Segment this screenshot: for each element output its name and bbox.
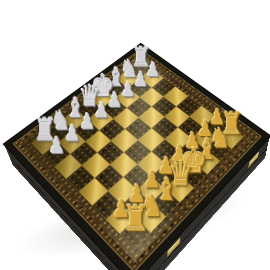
- chess-board: ♜♞♝♛♚♝♞♜♟♟♟♟♟♟♟♟♟♟♟♟♟♟♟♟♜♞♝♛♚♝♞♜: [13, 49, 262, 270]
- case-lid: ♜♞♝♛♚♝♞♜♟♟♟♟♟♟♟♟♟♟♟♟♟♟♟♟♜♞♝♛♚♝♞♜: [4, 44, 270, 270]
- stage: ♜♞♝♛♚♝♞♜♟♟♟♟♟♟♟♟♟♟♟♟♟♟♟♟♜♞♝♛♚♝♞♜: [0, 0, 270, 270]
- rook-glyph: ♜: [123, 200, 150, 236]
- chess-set-photo: ♜♞♝♛♚♝♞♜♟♟♟♟♟♟♟♟♟♟♟♟♟♟♟♟♜♞♝♛♚♝♞♜: [0, 0, 270, 270]
- pawn-glyph: ♟: [79, 111, 95, 133]
- chess-case: ♜♞♝♛♚♝♞♜♟♟♟♟♟♟♟♟♟♟♟♟♟♟♟♟♜♞♝♛♚♝♞♜: [4, 44, 270, 270]
- pawn-glyph: ♟: [48, 134, 65, 157]
- pawn-glyph: ♟: [64, 122, 81, 144]
